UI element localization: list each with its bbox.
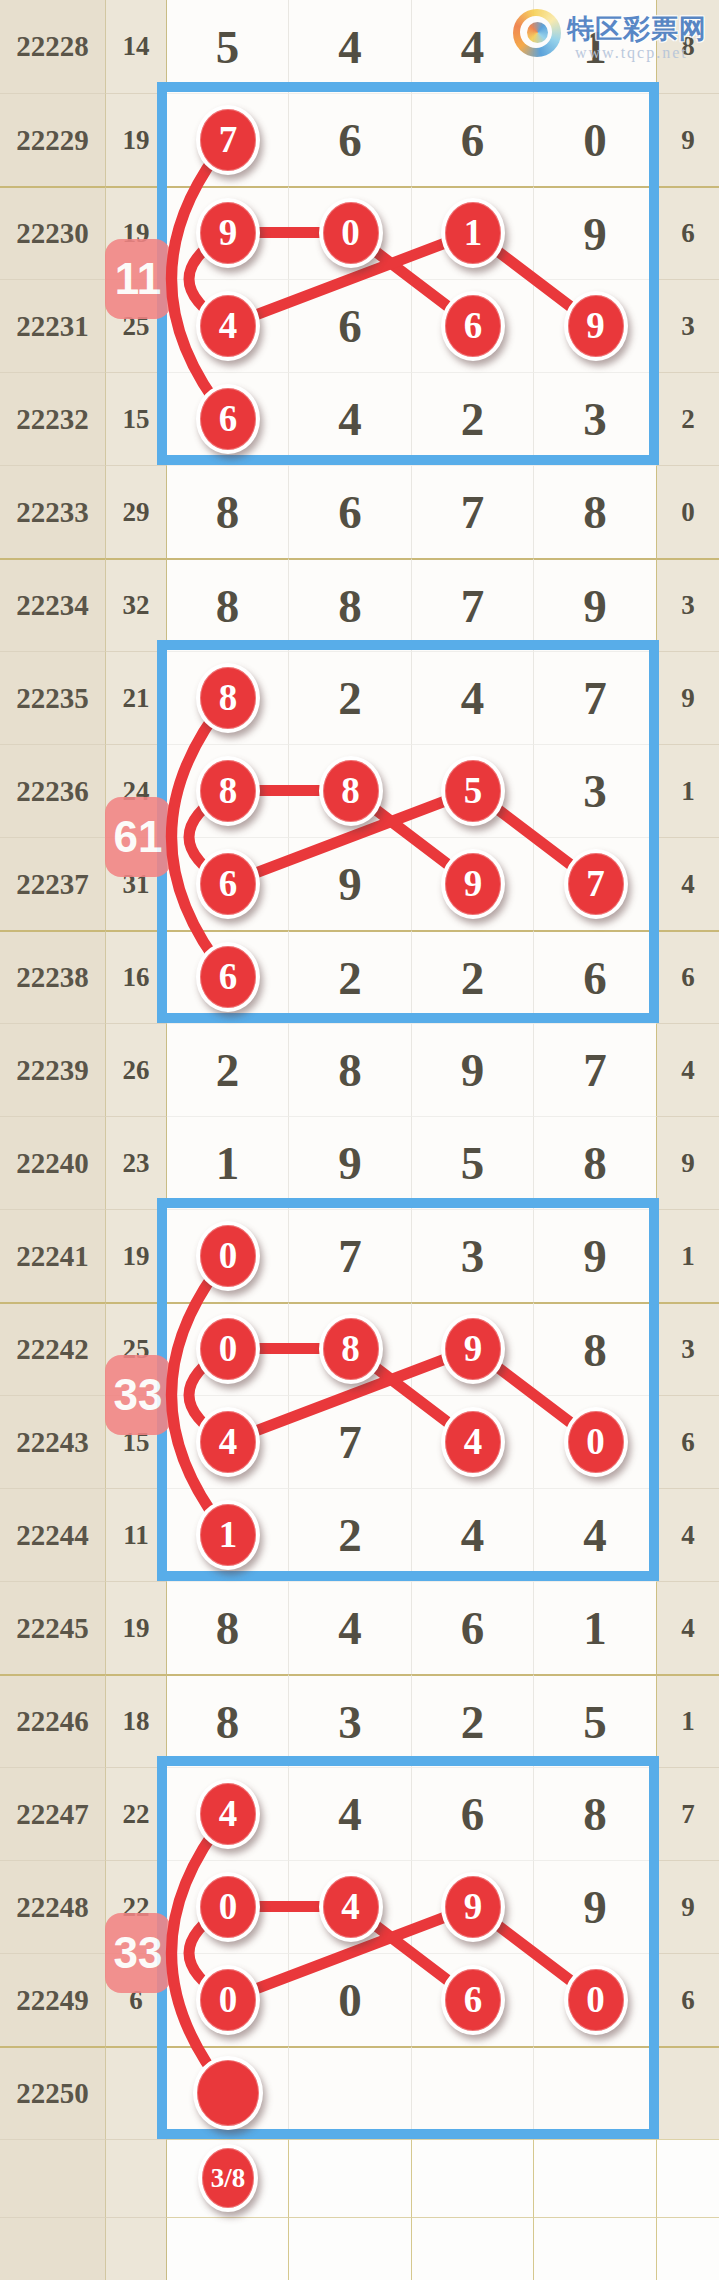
sum-cell: 26 (106, 1023, 167, 1116)
empty-cell (534, 2217, 657, 2280)
tail-cell: 6 (657, 186, 719, 279)
period-cell: 22239 (0, 1023, 106, 1116)
circled-digit: 0 (196, 1314, 260, 1384)
circled-digit: 4 (441, 1407, 505, 1477)
circled-digit: 4 (196, 1407, 260, 1477)
circled-digit: 0 (196, 1965, 260, 2035)
digit-cell: 3 (289, 1674, 412, 1767)
tail-cell: 9 (657, 93, 719, 186)
circled-digit: 1 (196, 1500, 260, 1570)
circled-digit: 0 (564, 1965, 628, 2035)
sum-cell: 18 (106, 1674, 167, 1767)
tail-cell: 3 (657, 279, 719, 372)
period-cell: 22245 (0, 1581, 106, 1674)
digit-cell: 8 (534, 1116, 657, 1209)
digit-cell: 8 (167, 1581, 289, 1674)
digit-cell: 9 (412, 1023, 534, 1116)
digit-cell: 5 (167, 0, 289, 93)
period-cell: 22249 (0, 1953, 106, 2046)
digit-cell: 6 (412, 1581, 534, 1674)
circled-digit: 9 (441, 1872, 505, 1942)
gap-badge: 33 (105, 1355, 171, 1435)
tail-cell: 1 (657, 744, 719, 837)
circled-digit: 6 (196, 942, 260, 1012)
digit-cell: 1 (534, 1581, 657, 1674)
circled-digit: 6 (441, 291, 505, 361)
circled-digit: 0 (196, 1221, 260, 1291)
empty-cell (657, 2217, 719, 2280)
circled-digit: 8 (196, 756, 260, 826)
digit-cell: 7 (534, 1023, 657, 1116)
digit-cell: 2 (412, 1674, 534, 1767)
period-cell: 22240 (0, 1116, 106, 1209)
circled-digit: 9 (564, 291, 628, 361)
period-cell: 22232 (0, 372, 106, 465)
tail-cell: 9 (657, 651, 719, 744)
digit-cell: 1 (167, 1116, 289, 1209)
empty-cell (534, 2139, 657, 2217)
circled-digit: 8 (319, 1314, 383, 1384)
circled-digit: 9 (441, 1314, 505, 1384)
period-cell: 22250 (0, 2046, 106, 2139)
circled-digit: 8 (319, 756, 383, 826)
circled-digit: 4 (196, 291, 260, 361)
digit-cell: 7 (412, 465, 534, 558)
circled-digit: 0 (564, 1407, 628, 1477)
next-draw-dot (193, 2056, 263, 2130)
digit-cell: 2 (167, 1023, 289, 1116)
circled-digit: 9 (441, 849, 505, 919)
tail-cell: 6 (657, 1953, 719, 2046)
circled-digit: 4 (196, 1779, 260, 1849)
sum-cell: 14 (106, 0, 167, 93)
logo-swirl-icon (513, 9, 561, 57)
sum-cell: 32 (106, 558, 167, 651)
period-cell: 22246 (0, 1674, 106, 1767)
digit-cell: 8 (167, 465, 289, 558)
digit-cell: 7 (412, 558, 534, 651)
digit-cell: 8 (534, 465, 657, 558)
period-cell: 22228 (0, 0, 106, 93)
tail-cell: 4 (657, 1023, 719, 1116)
period-cell: 22236 (0, 744, 106, 837)
hit-ratio-badge: 3/8 (198, 2144, 258, 2212)
digit-cell: 6 (289, 465, 412, 558)
circled-digit: 6 (196, 384, 260, 454)
circled-digit: 7 (564, 849, 628, 919)
empty-cell (167, 2217, 289, 2280)
tail-cell: 3 (657, 558, 719, 651)
circled-digit: 7 (196, 105, 260, 175)
period-cell: 22230 (0, 186, 106, 279)
digit-cell: 4 (289, 1581, 412, 1674)
tail-cell: 6 (657, 1395, 719, 1488)
circled-digit: 0 (319, 198, 383, 268)
period-cell: 22233 (0, 465, 106, 558)
period-cell: 22247 (0, 1767, 106, 1860)
period-cell: 22234 (0, 558, 106, 651)
digit-cell: 8 (289, 1023, 412, 1116)
period-cell: 22244 (0, 1488, 106, 1581)
sum-cell: 19 (106, 1581, 167, 1674)
tail-cell: 4 (657, 1488, 719, 1581)
digit-cell: 4 (289, 0, 412, 93)
empty-cell (412, 2139, 534, 2217)
tail-cell: 9 (657, 1860, 719, 1953)
trend-chart-board: 2222814544182222919660922230199622231256… (0, 0, 719, 2280)
tail-cell: 7 (657, 1767, 719, 1860)
empty-cell (412, 2217, 534, 2280)
gap-badge: 61 (105, 797, 171, 877)
tail-cell (657, 2046, 719, 2139)
period-cell: 22235 (0, 651, 106, 744)
tail-cell: 1 (657, 1674, 719, 1767)
sum-cell: 29 (106, 465, 167, 558)
digit-cell: 8 (167, 558, 289, 651)
empty-cell (0, 2217, 106, 2280)
gap-badge: 33 (105, 1913, 171, 1993)
period-cell: 22241 (0, 1209, 106, 1302)
site-name: 特区彩票网 (567, 11, 707, 47)
tail-cell: 6 (657, 930, 719, 1023)
digit-cell: 5 (534, 1674, 657, 1767)
circled-digit: 6 (196, 849, 260, 919)
tail-cell: 4 (657, 1581, 719, 1674)
circled-digit: 8 (196, 663, 260, 733)
empty-cell (0, 2139, 106, 2217)
digit-cell: 9 (534, 558, 657, 651)
tail-cell: 2 (657, 372, 719, 465)
site-url: www.tqcp.net (575, 44, 688, 62)
empty-cell (289, 2217, 412, 2280)
tail-cell: 3 (657, 1302, 719, 1395)
circled-digit: 4 (319, 1872, 383, 1942)
digit-cell: 5 (412, 1116, 534, 1209)
period-cell: 22248 (0, 1860, 106, 1953)
period-cell: 22242 (0, 1302, 106, 1395)
tail-cell: 1 (657, 1209, 719, 1302)
tail-cell: 0 (657, 465, 719, 558)
circled-digit: 6 (441, 1965, 505, 2035)
period-cell: 22237 (0, 837, 106, 930)
tail-cell: 9 (657, 1116, 719, 1209)
period-cell: 22238 (0, 930, 106, 1023)
digit-cell: 8 (289, 558, 412, 651)
period-cell: 22231 (0, 279, 106, 372)
empty-cell (106, 2217, 167, 2280)
circled-digit: 5 (441, 756, 505, 826)
period-cell: 22243 (0, 1395, 106, 1488)
tail-cell: 4 (657, 837, 719, 930)
circled-digit: 1 (441, 198, 505, 268)
digit-cell: 9 (289, 1116, 412, 1209)
circled-digit: 0 (196, 1872, 260, 1942)
empty-cell (106, 2139, 167, 2217)
circled-digit: 9 (196, 198, 260, 268)
site-logo[interactable]: 特区彩票网 www.tqcp.net (505, 4, 719, 68)
digit-cell: 8 (167, 1674, 289, 1767)
empty-cell (289, 2139, 412, 2217)
sum-cell: 23 (106, 1116, 167, 1209)
gap-badge: 11 (105, 239, 171, 319)
period-cell: 22229 (0, 93, 106, 186)
empty-cell (657, 2139, 719, 2217)
